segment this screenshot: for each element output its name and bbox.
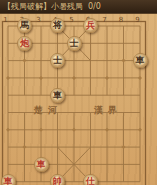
piece-red-帥[interactable]: 帥 [50, 174, 65, 185]
header-bar: 【残局破解】小暑残局 0/0 [0, 0, 157, 14]
piece-character: 帥 [53, 177, 62, 185]
xiangqi-board[interactable]: 123456789 楚河 漢界 馬将兵炮士士車車車車帥仕 [0, 14, 157, 185]
game-screen: 【残局破解】小暑残局 0/0 [0, 0, 157, 185]
piece-grid: 馬将兵炮士士車車車車帥仕 [0, 17, 148, 185]
piece-red-車[interactable]: 車 [1, 174, 16, 185]
piece-character: 将 [53, 22, 62, 31]
piece-character: 車 [136, 56, 145, 65]
piece-character: 仕 [86, 177, 95, 185]
piece-character: 士 [53, 56, 62, 65]
piece-black-士[interactable]: 士 [67, 36, 82, 51]
piece-black-車[interactable]: 車 [50, 88, 65, 103]
piece-red-仕[interactable]: 仕 [83, 174, 98, 185]
piece-red-兵[interactable]: 兵 [83, 18, 98, 33]
piece-black-馬[interactable]: 馬 [17, 18, 32, 33]
piece-character: 兵 [86, 22, 95, 31]
piece-character: 馬 [20, 22, 29, 31]
piece-character: 車 [53, 91, 62, 100]
piece-character: 車 [4, 177, 13, 185]
piece-black-車[interactable]: 車 [133, 53, 148, 68]
piece-black-将[interactable]: 将 [50, 18, 65, 33]
piece-character: 炮 [20, 39, 29, 48]
piece-red-炮[interactable]: 炮 [17, 36, 32, 51]
piece-character: 士 [70, 39, 79, 48]
piece-black-士[interactable]: 士 [50, 53, 65, 68]
piece-red-車[interactable]: 車 [34, 157, 49, 172]
move-counter: 0/0 [88, 2, 101, 11]
piece-character: 車 [37, 160, 46, 169]
puzzle-title: 【残局破解】小暑残局 [3, 1, 83, 12]
